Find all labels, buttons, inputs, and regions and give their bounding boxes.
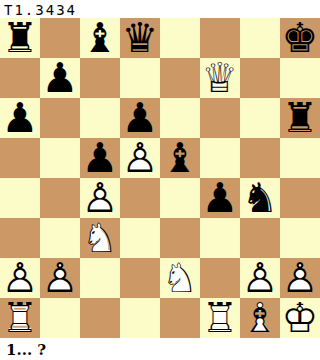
white-knight: ♞♘ [160, 258, 200, 298]
square-c6[interactable] [80, 98, 120, 138]
square-b1[interactable] [40, 298, 80, 338]
square-e1[interactable] [160, 298, 200, 338]
square-a5[interactable] [0, 138, 40, 178]
square-f5[interactable] [200, 138, 240, 178]
square-d6[interactable]: ♟ [120, 98, 160, 138]
square-g6[interactable] [240, 98, 280, 138]
square-c5[interactable]: ♟ [80, 138, 120, 178]
square-g8[interactable] [240, 18, 280, 58]
black-bishop: ♝ [160, 138, 200, 178]
square-c3[interactable]: ♞♘ [80, 218, 120, 258]
square-e2[interactable]: ♞♘ [160, 258, 200, 298]
square-c7[interactable] [80, 58, 120, 98]
square-g4[interactable]: ♞ [240, 178, 280, 218]
square-g2[interactable]: ♟♙ [240, 258, 280, 298]
square-b7[interactable]: ♟ [40, 58, 80, 98]
black-pawn: ♟ [120, 98, 160, 138]
square-a8[interactable]: ♜ [0, 18, 40, 58]
black-rook: ♜ [280, 98, 320, 138]
black-pawn: ♟ [40, 58, 80, 98]
square-e5[interactable]: ♝ [160, 138, 200, 178]
white-pawn: ♟♙ [120, 138, 160, 178]
square-a3[interactable] [0, 218, 40, 258]
square-b4[interactable] [40, 178, 80, 218]
white-rook: ♜♖ [0, 298, 40, 338]
square-f2[interactable] [200, 258, 240, 298]
puzzle-id: T1.3434 [0, 0, 320, 18]
square-g3[interactable] [240, 218, 280, 258]
white-knight: ♞♘ [80, 218, 120, 258]
square-e4[interactable] [160, 178, 200, 218]
square-e6[interactable] [160, 98, 200, 138]
white-pawn: ♟♙ [240, 258, 280, 298]
square-a1[interactable]: ♜♖ [0, 298, 40, 338]
square-b8[interactable] [40, 18, 80, 58]
square-b2[interactable]: ♟♙ [40, 258, 80, 298]
black-pawn: ♟ [0, 98, 40, 138]
square-a6[interactable]: ♟ [0, 98, 40, 138]
white-king: ♚♔ [280, 298, 320, 338]
square-f6[interactable] [200, 98, 240, 138]
black-pawn: ♟ [200, 178, 240, 218]
square-c4[interactable]: ♟♙ [80, 178, 120, 218]
square-f4[interactable]: ♟ [200, 178, 240, 218]
black-bishop: ♝ [80, 18, 120, 58]
square-h6[interactable]: ♜ [280, 98, 320, 138]
square-g5[interactable] [240, 138, 280, 178]
square-e7[interactable] [160, 58, 200, 98]
square-f7[interactable]: ♛♕ [200, 58, 240, 98]
square-g7[interactable] [240, 58, 280, 98]
square-c2[interactable] [80, 258, 120, 298]
chess-board: ♜♝♛♚♟♛♕♟♟♜♟♟♙♝♟♙♟♞♞♘♟♙♟♙♞♘♟♙♟♙♜♖♜♖♝♗♚♔ [0, 18, 320, 338]
square-d3[interactable] [120, 218, 160, 258]
square-d2[interactable] [120, 258, 160, 298]
white-rook: ♜♖ [200, 298, 240, 338]
square-b5[interactable] [40, 138, 80, 178]
square-c1[interactable] [80, 298, 120, 338]
square-c8[interactable]: ♝ [80, 18, 120, 58]
black-pawn: ♟ [80, 138, 120, 178]
black-queen: ♛ [120, 18, 160, 58]
square-h7[interactable] [280, 58, 320, 98]
white-pawn: ♟♙ [80, 178, 120, 218]
square-e8[interactable] [160, 18, 200, 58]
square-g1[interactable]: ♝♗ [240, 298, 280, 338]
square-b3[interactable] [40, 218, 80, 258]
square-h4[interactable] [280, 178, 320, 218]
black-rook: ♜ [0, 18, 40, 58]
square-a4[interactable] [0, 178, 40, 218]
square-a7[interactable] [0, 58, 40, 98]
square-f3[interactable] [200, 218, 240, 258]
square-h3[interactable] [280, 218, 320, 258]
white-pawn: ♟♙ [40, 258, 80, 298]
square-h5[interactable] [280, 138, 320, 178]
square-d7[interactable] [120, 58, 160, 98]
square-d4[interactable] [120, 178, 160, 218]
square-h2[interactable]: ♟♙ [280, 258, 320, 298]
square-h1[interactable]: ♚♔ [280, 298, 320, 338]
chess-puzzle-page: T1.3434 ♜♝♛♚♟♛♕♟♟♜♟♟♙♝♟♙♟♞♞♘♟♙♟♙♞♘♟♙♟♙♜♖… [0, 0, 320, 360]
white-bishop: ♝♗ [240, 298, 280, 338]
square-d8[interactable]: ♛ [120, 18, 160, 58]
square-f8[interactable] [200, 18, 240, 58]
square-d5[interactable]: ♟♙ [120, 138, 160, 178]
square-a2[interactable]: ♟♙ [0, 258, 40, 298]
square-h8[interactable]: ♚ [280, 18, 320, 58]
square-b6[interactable] [40, 98, 80, 138]
white-pawn: ♟♙ [280, 258, 320, 298]
white-pawn: ♟♙ [0, 258, 40, 298]
square-e3[interactable] [160, 218, 200, 258]
black-king: ♚ [280, 18, 320, 58]
square-d1[interactable] [120, 298, 160, 338]
white-queen: ♛♕ [200, 58, 240, 98]
square-f1[interactable]: ♜♖ [200, 298, 240, 338]
black-knight: ♞ [240, 178, 280, 218]
